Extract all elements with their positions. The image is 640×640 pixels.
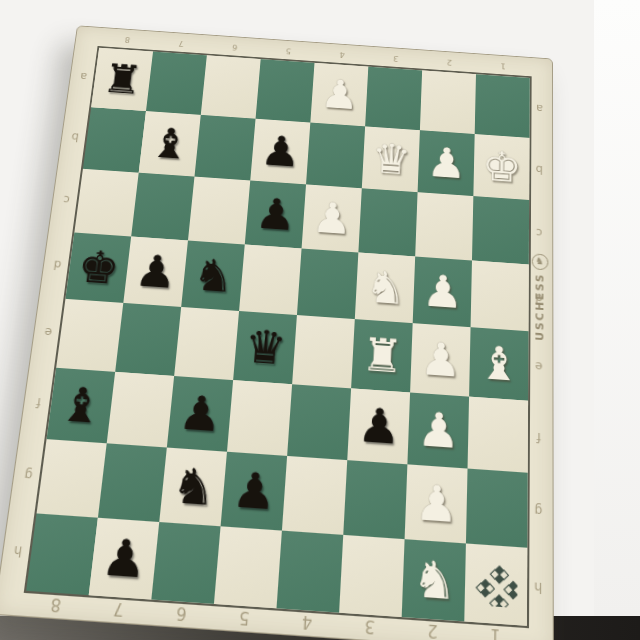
rank-top-label-7: 7 xyxy=(153,33,208,53)
white-piece-g2: ♟ xyxy=(414,478,459,530)
board-grid: ♜♟♝♟♛♟♚♟♟♚♟♞♞♟♛♜♟♝♝♟♟♟♞♟♟♟♞ xyxy=(26,48,530,626)
brand-text: USCHESS xyxy=(533,272,546,341)
square-f2[interactable]: ♟ xyxy=(407,392,469,468)
square-c5[interactable]: ♟ xyxy=(245,180,306,248)
square-f1[interactable] xyxy=(468,397,529,473)
uschess-medallion-icon: ♞ xyxy=(531,253,548,270)
file-right-label-g: g xyxy=(527,473,549,550)
board-perspective-wrap: 87654321 87654321 abcdefgh abcdefgh ♜♟♝♟… xyxy=(0,25,554,640)
black-piece-d7: ♟ xyxy=(133,248,179,294)
square-g4[interactable] xyxy=(282,456,347,535)
rank-bottom-label-4: 4 xyxy=(275,608,339,636)
rank-top-label-4: 4 xyxy=(315,45,370,65)
square-c7[interactable] xyxy=(131,173,194,241)
rank-top-label-8: 8 xyxy=(99,30,155,50)
square-d8[interactable]: ♚ xyxy=(65,233,131,303)
square-g6[interactable]: ♞ xyxy=(159,448,227,527)
white-piece-h2: ♞ xyxy=(411,553,457,607)
square-g2[interactable]: ♟ xyxy=(405,464,468,543)
black-piece-d6: ♞ xyxy=(191,252,236,299)
square-c1[interactable] xyxy=(472,196,529,264)
white-piece-e3: ♜ xyxy=(360,331,404,379)
chess-board: 87654321 87654321 abcdefgh abcdefgh ♜♟♝♟… xyxy=(0,25,554,640)
square-b1[interactable]: ♚ xyxy=(473,134,529,200)
square-g1[interactable] xyxy=(466,469,528,548)
rank-top-label-2: 2 xyxy=(422,52,476,72)
black-piece-f3: ♟ xyxy=(357,401,402,451)
file-right-label-h: h xyxy=(527,548,550,628)
square-d7[interactable]: ♟ xyxy=(123,237,188,307)
square-a2[interactable] xyxy=(420,70,476,134)
black-piece-e5: ♛ xyxy=(243,323,288,371)
square-e4[interactable] xyxy=(292,315,355,388)
square-h6[interactable] xyxy=(151,522,220,604)
square-h2[interactable]: ♞ xyxy=(402,539,466,621)
white-piece-d2: ♟ xyxy=(421,268,463,315)
square-g5[interactable]: ♟ xyxy=(221,452,288,531)
square-c4[interactable]: ♟ xyxy=(302,184,362,252)
square-c6[interactable] xyxy=(188,177,250,245)
square-b6[interactable] xyxy=(194,115,255,181)
black-piece-f8: ♝ xyxy=(57,380,105,430)
black-piece-b5: ♟ xyxy=(259,130,301,173)
rank-bottom-label-8: 8 xyxy=(23,591,89,619)
rank-top-label-6: 6 xyxy=(207,37,262,57)
square-h3[interactable] xyxy=(339,535,405,617)
white-piece-d3: ♞ xyxy=(364,264,407,311)
black-piece-a8: ♜ xyxy=(100,58,144,100)
square-c3[interactable] xyxy=(358,188,417,256)
square-a5[interactable] xyxy=(256,59,315,122)
square-e6[interactable] xyxy=(174,307,239,380)
rank-top-label-3: 3 xyxy=(368,48,422,68)
square-a1[interactable] xyxy=(475,74,530,138)
rank-bottom-label-5: 5 xyxy=(212,604,277,632)
square-b3[interactable]: ♛ xyxy=(362,126,420,192)
square-h4[interactable] xyxy=(277,531,344,613)
black-piece-f6: ♟ xyxy=(177,389,224,439)
square-a7[interactable] xyxy=(146,52,207,115)
square-f3[interactable]: ♟ xyxy=(347,388,410,464)
rank-top-label-5: 5 xyxy=(261,41,316,61)
square-e1[interactable]: ♝ xyxy=(469,327,528,400)
black-piece-h7: ♟ xyxy=(99,531,149,585)
square-e3[interactable]: ♜ xyxy=(351,319,413,392)
square-g7[interactable] xyxy=(98,443,167,522)
black-piece-c5: ♟ xyxy=(254,192,297,237)
white-piece-b3: ♛ xyxy=(370,137,411,180)
square-d2[interactable]: ♟ xyxy=(413,256,472,327)
square-b8[interactable] xyxy=(83,107,146,172)
square-g8[interactable] xyxy=(37,439,107,518)
square-c8[interactable] xyxy=(74,169,138,237)
square-a3[interactable] xyxy=(365,67,422,131)
black-piece-d8: ♚ xyxy=(75,244,121,290)
uschess-checkered-diamond-logo xyxy=(474,561,517,609)
square-b5[interactable]: ♟ xyxy=(250,119,310,185)
square-h1[interactable] xyxy=(464,543,527,625)
white-piece-f2: ♟ xyxy=(417,405,461,455)
brand-block: ♞ USCHESS xyxy=(527,253,551,342)
square-e2[interactable]: ♟ xyxy=(410,323,470,396)
square-a6[interactable] xyxy=(201,55,261,118)
square-h5[interactable] xyxy=(214,526,282,608)
square-e5[interactable]: ♛ xyxy=(233,311,297,384)
square-h8[interactable] xyxy=(26,513,98,595)
square-d6[interactable]: ♞ xyxy=(181,241,245,311)
white-piece-e2: ♟ xyxy=(419,335,462,383)
square-f7[interactable] xyxy=(107,372,174,448)
square-e7[interactable] xyxy=(115,303,181,376)
square-h7[interactable]: ♟ xyxy=(89,518,159,600)
file-right-label-e: e xyxy=(528,331,549,402)
white-piece-b2: ♟ xyxy=(426,141,467,185)
black-piece-b7: ♝ xyxy=(148,122,192,165)
square-d4[interactable] xyxy=(297,248,358,319)
square-g3[interactable] xyxy=(343,460,407,539)
square-d3[interactable]: ♞ xyxy=(355,252,415,323)
white-piece-e1: ♝ xyxy=(478,339,520,387)
file-labels-right: abcdefgh xyxy=(527,78,550,627)
background-wall xyxy=(594,0,640,618)
file-right-label-f: f xyxy=(528,401,550,475)
black-piece-g5: ♟ xyxy=(231,465,278,517)
white-piece-a4: ♟ xyxy=(319,73,360,115)
file-right-label-b: b xyxy=(529,138,549,202)
square-f8[interactable]: ♝ xyxy=(47,368,116,444)
black-piece-g6: ♞ xyxy=(169,461,217,513)
square-e8[interactable] xyxy=(56,299,123,372)
white-piece-c4: ♟ xyxy=(311,196,354,241)
square-f5[interactable] xyxy=(227,380,292,456)
white-piece-b1: ♚ xyxy=(482,145,522,189)
rank-bottom-label-3: 3 xyxy=(338,613,402,640)
rank-bottom-label-6: 6 xyxy=(149,600,214,628)
square-b2[interactable]: ♟ xyxy=(418,130,475,196)
rank-top-label-1: 1 xyxy=(476,56,530,76)
square-a4[interactable]: ♟ xyxy=(310,63,368,127)
square-b4[interactable] xyxy=(306,123,365,189)
square-c2[interactable] xyxy=(415,192,473,260)
square-b7[interactable]: ♝ xyxy=(139,111,201,177)
square-a8[interactable]: ♜ xyxy=(91,48,153,111)
square-f4[interactable] xyxy=(287,384,351,460)
file-right-label-a: a xyxy=(529,78,549,139)
square-d5[interactable] xyxy=(239,245,302,316)
square-f6[interactable]: ♟ xyxy=(167,376,233,452)
square-d1[interactable] xyxy=(471,260,529,331)
rank-bottom-label-7: 7 xyxy=(86,595,151,623)
